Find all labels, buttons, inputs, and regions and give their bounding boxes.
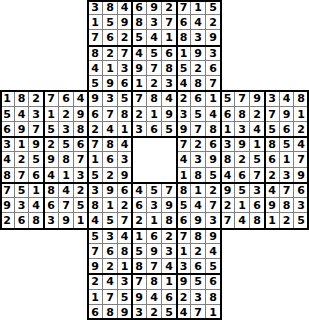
cell-r9c15[interactable]: 8 [206,122,221,137]
cell-r12c7[interactable]: 5 [88,168,103,183]
cell-r21c9[interactable]: 9 [118,305,132,320]
cell-r18c9[interactable]: 1 [118,259,132,274]
cell-r19c9[interactable]: 3 [118,274,132,290]
cell-r5c10[interactable]: 9 [132,61,147,76]
cell-r15c1[interactable]: 2 [0,213,15,229]
cell-r9c6[interactable]: 8 [74,122,88,137]
cell-r11c14[interactable]: 3 [191,152,206,168]
cell-r14c14[interactable]: 4 [191,198,206,213]
cell-r12c4[interactable]: 4 [44,168,59,183]
cell-r9c1[interactable]: 6 [0,122,15,137]
cell-r15c8[interactable]: 5 [103,213,118,229]
cell-r15c18[interactable]: 8 [250,213,265,229]
cell-r16c11[interactable]: 6 [147,229,162,244]
cell-r15c5[interactable]: 9 [59,213,74,229]
cell-r11c9[interactable]: 3 [118,152,132,168]
cell-r13c18[interactable]: 3 [250,183,265,198]
cell-r14c15[interactable]: 7 [206,198,221,213]
cell-r10c7[interactable]: 7 [88,137,103,152]
cell-r3c13[interactable]: 8 [177,30,191,46]
cell-r9c10[interactable]: 3 [132,122,147,137]
cell-r6c7[interactable]: 5 [88,76,103,91]
cell-r2c12[interactable]: 7 [162,15,177,30]
cell-r10c17[interactable]: 9 [235,137,250,152]
cell-r19c7[interactable]: 2 [88,274,103,290]
cell-r9c16[interactable]: 1 [221,122,235,137]
cell-r14c7[interactable]: 8 [88,198,103,213]
cell-r13c7[interactable]: 3 [88,183,103,198]
cell-r8c18[interactable]: 2 [250,107,265,122]
cell-r19c14[interactable]: 5 [191,274,206,290]
cell-r6c12[interactable]: 3 [162,76,177,91]
cell-r11c16[interactable]: 8 [221,152,235,168]
cell-r13c9[interactable]: 6 [118,183,132,198]
cell-r18c8[interactable]: 2 [103,259,118,274]
cell-r12c8[interactable]: 2 [103,168,118,183]
cell-r7c5[interactable]: 6 [59,91,74,107]
cell-r8c10[interactable]: 2 [132,107,147,122]
cell-r8c11[interactable]: 1 [147,107,162,122]
cell-r8c3[interactable]: 3 [29,107,44,122]
cell-r16c10[interactable]: 1 [132,229,147,244]
cell-r1c12[interactable]: 2 [162,0,177,15]
cell-r11c20[interactable]: 1 [280,152,294,168]
cell-r19c12[interactable]: 1 [162,274,177,290]
cell-r8c8[interactable]: 7 [103,107,118,122]
cell-r8c17[interactable]: 8 [235,107,250,122]
cell-r7c19[interactable]: 3 [265,91,280,107]
cell-r1c8[interactable]: 8 [103,0,118,15]
cell-r11c7[interactable]: 1 [88,152,103,168]
cell-r5c9[interactable]: 3 [118,61,132,76]
cell-r7c1[interactable]: 1 [0,91,15,107]
cell-r8c6[interactable]: 9 [74,107,88,122]
cell-r10c6[interactable]: 6 [74,137,88,152]
cell-r7c20[interactable]: 4 [280,91,294,107]
cell-r14c9[interactable]: 2 [118,198,132,213]
cell-r14c18[interactable]: 6 [250,198,265,213]
cell-r21c12[interactable]: 5 [162,305,177,320]
cell-r1c10[interactable]: 6 [132,0,147,15]
cell-r12c16[interactable]: 4 [221,168,235,183]
cell-r18c10[interactable]: 8 [132,259,147,274]
cell-r14c4[interactable]: 6 [44,198,59,213]
cell-r20c12[interactable]: 6 [162,290,177,305]
cell-r14c3[interactable]: 4 [29,198,44,213]
cell-r12c18[interactable]: 7 [250,168,265,183]
cell-r10c5[interactable]: 5 [59,137,74,152]
cell-r2c9[interactable]: 9 [118,15,132,30]
cell-r9c4[interactable]: 5 [44,122,59,137]
cell-r4c7[interactable]: 8 [88,46,103,61]
cell-r15c11[interactable]: 1 [147,213,162,229]
cell-r4c11[interactable]: 5 [147,46,162,61]
cell-r7c8[interactable]: 3 [103,91,118,107]
cell-r11c8[interactable]: 6 [103,152,118,168]
cell-r11c17[interactable]: 2 [235,152,250,168]
cell-r13c19[interactable]: 4 [265,183,280,198]
cell-r4c10[interactable]: 4 [132,46,147,61]
cell-r8c12[interactable]: 9 [162,107,177,122]
cell-r9c12[interactable]: 5 [162,122,177,137]
cell-r9c11[interactable]: 6 [147,122,162,137]
cell-r3c10[interactable]: 5 [132,30,147,46]
cell-r15c9[interactable]: 7 [118,213,132,229]
cell-r15c6[interactable]: 1 [74,213,88,229]
cell-r17c9[interactable]: 8 [118,244,132,259]
cell-r8c20[interactable]: 9 [280,107,294,122]
cell-r20c8[interactable]: 7 [103,290,118,305]
cell-r10c19[interactable]: 8 [265,137,280,152]
cell-r7c18[interactable]: 9 [250,91,265,107]
cell-r15c4[interactable]: 3 [44,213,59,229]
cell-r13c3[interactable]: 1 [29,183,44,198]
cell-r5c8[interactable]: 1 [103,61,118,76]
cell-r16c13[interactable]: 7 [177,229,191,244]
cell-r14c21[interactable]: 3 [294,198,309,213]
cell-r7c13[interactable]: 2 [177,91,191,107]
cell-r17c11[interactable]: 9 [147,244,162,259]
cell-r9c19[interactable]: 5 [265,122,280,137]
cell-r7c7[interactable]: 9 [88,91,103,107]
cell-r7c4[interactable]: 7 [44,91,59,107]
cell-r14c10[interactable]: 6 [132,198,147,213]
cell-r20c9[interactable]: 5 [118,290,132,305]
cell-r14c17[interactable]: 1 [235,198,250,213]
cell-r15c19[interactable]: 1 [265,213,280,229]
cell-r2c8[interactable]: 5 [103,15,118,30]
cell-r10c1[interactable]: 3 [0,137,15,152]
cell-r4c12[interactable]: 6 [162,46,177,61]
cell-r3c7[interactable]: 7 [88,30,103,46]
cell-r3c12[interactable]: 1 [162,30,177,46]
cell-r17c15[interactable]: 4 [206,244,221,259]
cell-r11c18[interactable]: 5 [250,152,265,168]
cell-r5c15[interactable]: 6 [206,61,221,76]
cell-r9c3[interactable]: 7 [29,122,44,137]
cell-r1c11[interactable]: 9 [147,0,162,15]
cell-r7c14[interactable]: 6 [191,91,206,107]
cell-r1c15[interactable]: 5 [206,0,221,15]
cell-r16c14[interactable]: 8 [191,229,206,244]
cell-r8c21[interactable]: 1 [294,107,309,122]
cell-r15c21[interactable]: 5 [294,213,309,229]
cell-r17c13[interactable]: 1 [177,244,191,259]
cell-r10c16[interactable]: 3 [221,137,235,152]
cell-r8c16[interactable]: 6 [221,107,235,122]
cell-r8c5[interactable]: 2 [59,107,74,122]
cell-r4c13[interactable]: 1 [177,46,191,61]
cell-r9c17[interactable]: 3 [235,122,250,137]
cell-r3c11[interactable]: 4 [147,30,162,46]
cell-r7c16[interactable]: 5 [221,91,235,107]
cell-r6c9[interactable]: 6 [118,76,132,91]
cell-r13c8[interactable]: 9 [103,183,118,198]
cell-r19c8[interactable]: 4 [103,274,118,290]
cell-r20c11[interactable]: 4 [147,290,162,305]
cell-r15c15[interactable]: 3 [206,213,221,229]
cell-r8c14[interactable]: 5 [191,107,206,122]
cell-r15c16[interactable]: 7 [221,213,235,229]
cell-r6c14[interactable]: 8 [191,76,206,91]
cell-r15c2[interactable]: 6 [15,213,29,229]
cell-r19c10[interactable]: 7 [132,274,147,290]
cell-r13c1[interactable]: 7 [0,183,15,198]
cell-r18c15[interactable]: 5 [206,259,221,274]
cell-r17c8[interactable]: 6 [103,244,118,259]
cell-r10c8[interactable]: 8 [103,137,118,152]
cell-r21c15[interactable]: 1 [206,305,221,320]
cell-r10c9[interactable]: 4 [118,137,132,152]
cell-r11c6[interactable]: 7 [74,152,88,168]
cell-r7c10[interactable]: 7 [132,91,147,107]
cell-r5c14[interactable]: 2 [191,61,206,76]
cell-r1c14[interactable]: 1 [191,0,206,15]
cell-r13c4[interactable]: 8 [44,183,59,198]
cell-r6c13[interactable]: 4 [177,76,191,91]
cell-r5c13[interactable]: 5 [177,61,191,76]
cell-r13c13[interactable]: 8 [177,183,191,198]
cell-r10c4[interactable]: 2 [44,137,59,152]
cell-r6c10[interactable]: 1 [132,76,147,91]
cell-r14c20[interactable]: 8 [280,198,294,213]
cell-r15c10[interactable]: 2 [132,213,147,229]
cell-r18c12[interactable]: 4 [162,259,177,274]
cell-r11c1[interactable]: 4 [0,152,15,168]
cell-r17c14[interactable]: 2 [191,244,206,259]
cell-r9c13[interactable]: 9 [177,122,191,137]
cell-r18c7[interactable]: 9 [88,259,103,274]
cell-r20c7[interactable]: 1 [88,290,103,305]
cell-r15c13[interactable]: 6 [177,213,191,229]
cell-r3c9[interactable]: 2 [118,30,132,46]
cell-r15c14[interactable]: 9 [191,213,206,229]
cell-r14c11[interactable]: 3 [147,198,162,213]
cell-r7c2[interactable]: 8 [15,91,29,107]
cell-r2c10[interactable]: 8 [132,15,147,30]
cell-r1c7[interactable]: 3 [88,0,103,15]
cell-r10c2[interactable]: 1 [15,137,29,152]
cell-r7c12[interactable]: 4 [162,91,177,107]
cell-r15c17[interactable]: 4 [235,213,250,229]
cell-r21c11[interactable]: 2 [147,305,162,320]
cell-r15c7[interactable]: 4 [88,213,103,229]
cell-r7c15[interactable]: 1 [206,91,221,107]
cell-r13c6[interactable]: 2 [74,183,88,198]
cell-r11c13[interactable]: 4 [177,152,191,168]
cell-r20c14[interactable]: 3 [191,290,206,305]
cell-r1c13[interactable]: 7 [177,0,191,15]
cell-r16c12[interactable]: 2 [162,229,177,244]
cell-r19c11[interactable]: 8 [147,274,162,290]
cell-r14c16[interactable]: 2 [221,198,235,213]
cell-r8c2[interactable]: 4 [15,107,29,122]
cell-r10c18[interactable]: 1 [250,137,265,152]
cell-r7c6[interactable]: 4 [74,91,88,107]
cell-r15c12[interactable]: 8 [162,213,177,229]
cell-r13c11[interactable]: 5 [147,183,162,198]
cell-r4c15[interactable]: 3 [206,46,221,61]
cell-r9c18[interactable]: 4 [250,122,265,137]
cell-r15c3[interactable]: 8 [29,213,44,229]
cell-r1c9[interactable]: 4 [118,0,132,15]
cell-r12c20[interactable]: 3 [280,168,294,183]
cell-r12c13[interactable]: 1 [177,168,191,183]
cell-r10c20[interactable]: 5 [280,137,294,152]
cell-r7c21[interactable]: 8 [294,91,309,107]
cell-r7c9[interactable]: 5 [118,91,132,107]
cell-r13c17[interactable]: 5 [235,183,250,198]
cell-r19c13[interactable]: 9 [177,274,191,290]
cell-r13c20[interactable]: 7 [280,183,294,198]
cell-r2c14[interactable]: 4 [191,15,206,30]
cell-r12c6[interactable]: 3 [74,168,88,183]
cell-r13c12[interactable]: 7 [162,183,177,198]
cell-r12c15[interactable]: 5 [206,168,221,183]
cell-r11c15[interactable]: 9 [206,152,221,168]
cell-r13c10[interactable]: 4 [132,183,147,198]
cell-r2c11[interactable]: 3 [147,15,162,30]
cell-r10c15[interactable]: 6 [206,137,221,152]
cell-r10c13[interactable]: 7 [177,137,191,152]
cell-r5c7[interactable]: 4 [88,61,103,76]
cell-r10c14[interactable]: 2 [191,137,206,152]
cell-r15c20[interactable]: 2 [280,213,294,229]
cell-r9c9[interactable]: 1 [118,122,132,137]
cell-r6c8[interactable]: 9 [103,76,118,91]
cell-r12c21[interactable]: 9 [294,168,309,183]
cell-r12c17[interactable]: 6 [235,168,250,183]
cell-r12c19[interactable]: 2 [265,168,280,183]
cell-r3c15[interactable]: 9 [206,30,221,46]
cell-r9c20[interactable]: 6 [280,122,294,137]
cell-r4c14[interactable]: 9 [191,46,206,61]
cell-r21c10[interactable]: 3 [132,305,147,320]
cell-r16c9[interactable]: 4 [118,229,132,244]
cell-r19c15[interactable]: 6 [206,274,221,290]
cell-r11c21[interactable]: 7 [294,152,309,168]
cell-r11c19[interactable]: 6 [265,152,280,168]
cell-r20c13[interactable]: 2 [177,290,191,305]
cell-r16c7[interactable]: 5 [88,229,103,244]
cell-r8c1[interactable]: 5 [0,107,15,122]
cell-r17c12[interactable]: 3 [162,244,177,259]
cell-r20c10[interactable]: 9 [132,290,147,305]
sudoku-board: 3846927151598376427625418398274561934139… [0,0,309,320]
cell-r4c8[interactable]: 2 [103,46,118,61]
cell-r21c8[interactable]: 8 [103,305,118,320]
cell-r7c3[interactable]: 2 [29,91,44,107]
cell-r14c5[interactable]: 7 [59,198,74,213]
cell-r17c10[interactable]: 5 [132,244,147,259]
cell-r8c4[interactable]: 1 [44,107,59,122]
cell-r13c5[interactable]: 4 [59,183,74,198]
cell-r21c7[interactable]: 6 [88,305,103,320]
cell-r14c1[interactable]: 9 [0,198,15,213]
cell-r18c13[interactable]: 3 [177,259,191,274]
cell-r11c5[interactable]: 8 [59,152,74,168]
cell-r13c21[interactable]: 6 [294,183,309,198]
cell-r10c3[interactable]: 9 [29,137,44,152]
cell-r6c15[interactable]: 7 [206,76,221,91]
cell-r9c5[interactable]: 3 [59,122,74,137]
cell-r9c21[interactable]: 2 [294,122,309,137]
cell-r8c19[interactable]: 7 [265,107,280,122]
cell-r13c15[interactable]: 2 [206,183,221,198]
cell-r11c2[interactable]: 2 [15,152,29,168]
cell-r20c15[interactable]: 8 [206,290,221,305]
cell-r21c13[interactable]: 4 [177,305,191,320]
cell-r8c9[interactable]: 8 [118,107,132,122]
cell-r13c2[interactable]: 5 [15,183,29,198]
cell-r14c8[interactable]: 1 [103,198,118,213]
cell-r2c15[interactable]: 2 [206,15,221,30]
cell-r13c16[interactable]: 9 [221,183,235,198]
cell-r12c5[interactable]: 1 [59,168,74,183]
cell-r17c7[interactable]: 7 [88,244,103,259]
cell-r5c12[interactable]: 8 [162,61,177,76]
cell-r11c4[interactable]: 9 [44,152,59,168]
cell-r12c14[interactable]: 8 [191,168,206,183]
cell-r9c2[interactable]: 9 [15,122,29,137]
cell-r5c11[interactable]: 7 [147,61,162,76]
cell-r7c11[interactable]: 8 [147,91,162,107]
cell-r4c9[interactable]: 7 [118,46,132,61]
cell-r21c14[interactable]: 7 [191,305,206,320]
cell-r18c11[interactable]: 7 [147,259,162,274]
cell-r3c14[interactable]: 3 [191,30,206,46]
cell-r6c11[interactable]: 2 [147,76,162,91]
cell-r16c15[interactable]: 9 [206,229,221,244]
cell-r14c12[interactable]: 9 [162,198,177,213]
cell-r8c13[interactable]: 3 [177,107,191,122]
cell-r12c1[interactable]: 8 [0,168,15,183]
cell-r9c7[interactable]: 2 [88,122,103,137]
cell-r12c9[interactable]: 9 [118,168,132,183]
cell-r18c14[interactable]: 6 [191,259,206,274]
cell-r2c7[interactable]: 1 [88,15,103,30]
cell-r10c21[interactable]: 4 [294,137,309,152]
cell-r13c14[interactable]: 1 [191,183,206,198]
cell-r2c13[interactable]: 6 [177,15,191,30]
cell-r12c2[interactable]: 7 [15,168,29,183]
cell-r14c2[interactable]: 3 [15,198,29,213]
cell-r14c6[interactable]: 5 [74,198,88,213]
cell-r12c3[interactable]: 6 [29,168,44,183]
cell-r11c3[interactable]: 5 [29,152,44,168]
cell-r7c17[interactable]: 7 [235,91,250,107]
cell-r9c14[interactable]: 7 [191,122,206,137]
cell-r14c19[interactable]: 9 [265,198,280,213]
cell-r8c7[interactable]: 6 [88,107,103,122]
cell-r9c8[interactable]: 4 [103,122,118,137]
cell-r8c15[interactable]: 4 [206,107,221,122]
cell-r16c8[interactable]: 3 [103,229,118,244]
cell-r14c13[interactable]: 5 [177,198,191,213]
cell-r3c8[interactable]: 6 [103,30,118,46]
